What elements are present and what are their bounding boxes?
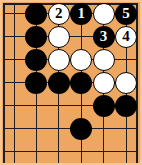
- black-stone: 1: [70, 3, 92, 25]
- move-number-label: 2: [55, 6, 63, 21]
- intersection: [48, 25, 70, 48]
- intersection: [115, 140, 137, 163]
- intersection: [25, 140, 47, 163]
- intersection: [25, 71, 47, 94]
- white-stone: [93, 72, 115, 94]
- intersection: [3, 25, 25, 48]
- black-stone: [25, 49, 47, 71]
- move-number-label: 3: [100, 29, 108, 44]
- intersection: [92, 94, 114, 117]
- black-stone: [70, 72, 92, 94]
- white-stone: [115, 72, 137, 94]
- intersection: [70, 25, 92, 48]
- intersection: [70, 94, 92, 117]
- intersection: [48, 117, 70, 140]
- intersection: [25, 48, 47, 71]
- black-stone: [48, 72, 70, 94]
- white-stone: [70, 49, 92, 71]
- move-number-label: 5: [122, 6, 130, 21]
- intersection: [115, 117, 137, 140]
- intersection: 3: [92, 25, 114, 48]
- intersection: 5: [115, 2, 137, 25]
- white-stone: [48, 26, 70, 48]
- intersection: 2: [48, 2, 70, 25]
- intersection: [3, 2, 25, 25]
- white-stone: [93, 3, 115, 25]
- white-stone: 4: [115, 26, 137, 48]
- intersection: [92, 140, 114, 163]
- intersection: [70, 140, 92, 163]
- intersection: [25, 2, 47, 25]
- intersection: 1: [70, 2, 92, 25]
- black-stone: [93, 95, 115, 117]
- white-stone: [48, 49, 70, 71]
- intersections-grid: 21534: [3, 2, 137, 163]
- intersection: [3, 140, 25, 163]
- intersection: [3, 117, 25, 140]
- intersection: [48, 140, 70, 163]
- white-stone: 2: [48, 3, 70, 25]
- intersection: [48, 71, 70, 94]
- black-stone: 5: [115, 3, 137, 25]
- intersection: [48, 48, 70, 71]
- go-diagram: 21534: [0, 0, 142, 165]
- intersection: [25, 117, 47, 140]
- black-stone: [25, 3, 47, 25]
- intersection: [70, 117, 92, 140]
- black-stone: [70, 118, 92, 140]
- move-number-label: 4: [122, 29, 130, 44]
- white-stone: [93, 49, 115, 71]
- intersection: [115, 71, 137, 94]
- intersection: [25, 25, 47, 48]
- intersection: [92, 117, 114, 140]
- black-stone: [115, 95, 137, 117]
- move-number-label: 1: [77, 6, 85, 21]
- intersection: [3, 71, 25, 94]
- black-stone: [25, 72, 47, 94]
- intersection: 4: [115, 25, 137, 48]
- intersection: [92, 71, 114, 94]
- intersection: [3, 94, 25, 117]
- intersection: [92, 48, 114, 71]
- intersection: [48, 94, 70, 117]
- intersection: [70, 71, 92, 94]
- intersection: [3, 48, 25, 71]
- intersection: [25, 94, 47, 117]
- intersection: [115, 48, 137, 71]
- black-stone: [25, 26, 47, 48]
- intersection: [70, 48, 92, 71]
- intersection: [92, 2, 114, 25]
- black-stone: 3: [93, 26, 115, 48]
- intersection: [115, 94, 137, 117]
